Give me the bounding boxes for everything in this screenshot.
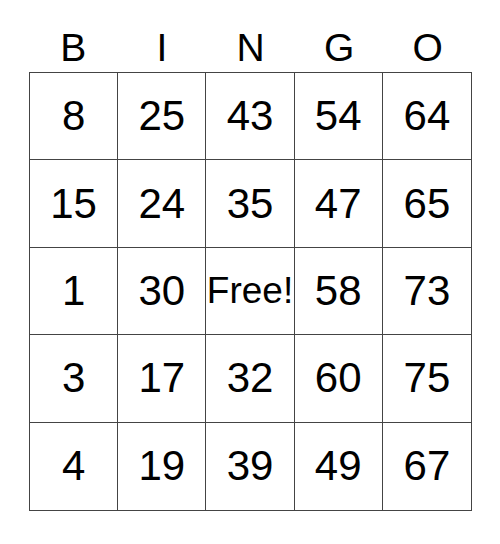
- cell-r1c5[interactable]: 64: [383, 73, 471, 160]
- cell-r2c3[interactable]: 35: [206, 160, 294, 247]
- cell-r5c5[interactable]: 67: [383, 423, 471, 510]
- header-letter-i: I: [118, 0, 207, 72]
- cell-r4c1[interactable]: 3: [30, 335, 118, 422]
- cell-r4c3[interactable]: 32: [206, 335, 294, 422]
- header-letter-b: B: [29, 0, 118, 72]
- cell-r1c1[interactable]: 8: [30, 73, 118, 160]
- cell-r5c4[interactable]: 49: [295, 423, 383, 510]
- cell-r3c2[interactable]: 30: [118, 248, 206, 335]
- cell-r3c5[interactable]: 73: [383, 248, 471, 335]
- cell-r5c1[interactable]: 4: [30, 423, 118, 510]
- cell-r1c3[interactable]: 43: [206, 73, 294, 160]
- cell-r1c4[interactable]: 54: [295, 73, 383, 160]
- header-letter-n: N: [206, 0, 295, 72]
- cell-r5c3[interactable]: 39: [206, 423, 294, 510]
- header-letter-g: G: [295, 0, 384, 72]
- cell-r2c2[interactable]: 24: [118, 160, 206, 247]
- cell-r2c1[interactable]: 15: [30, 160, 118, 247]
- cell-r4c5[interactable]: 75: [383, 335, 471, 422]
- bingo-card: B I N G O 8 25 43 54 64 15 24 35 47 65 1…: [0, 0, 500, 544]
- cell-r5c2[interactable]: 19: [118, 423, 206, 510]
- free-cell[interactable]: Free!: [206, 248, 294, 335]
- cell-r3c4[interactable]: 58: [295, 248, 383, 335]
- cell-r4c4[interactable]: 60: [295, 335, 383, 422]
- bingo-header: B I N G O: [29, 0, 472, 72]
- cell-r2c4[interactable]: 47: [295, 160, 383, 247]
- cell-r1c2[interactable]: 25: [118, 73, 206, 160]
- cell-r2c5[interactable]: 65: [383, 160, 471, 247]
- cell-r3c1[interactable]: 1: [30, 248, 118, 335]
- bingo-grid: 8 25 43 54 64 15 24 35 47 65 1 30 Free! …: [29, 72, 472, 511]
- header-letter-o: O: [383, 0, 472, 72]
- cell-r4c2[interactable]: 17: [118, 335, 206, 422]
